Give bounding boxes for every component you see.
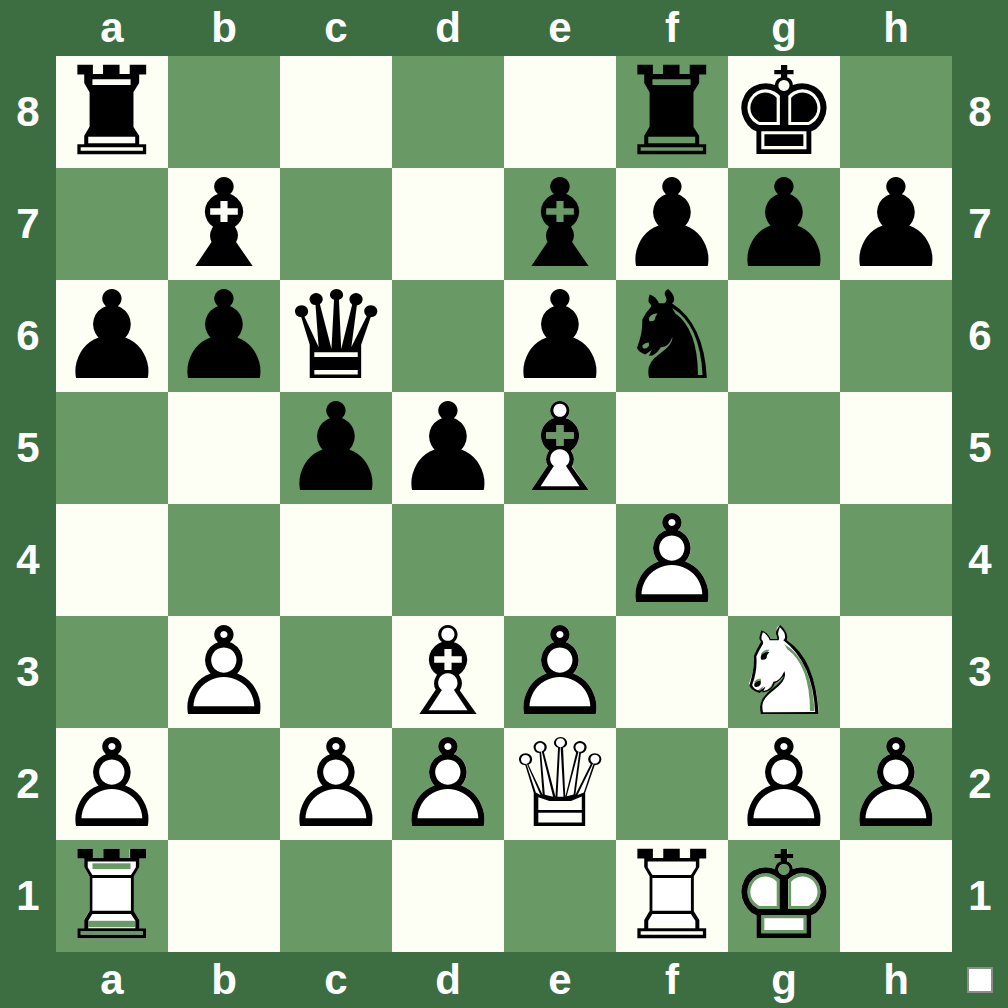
square-a2[interactable]: ♟♙ (56, 728, 168, 840)
white-queen-piece[interactable]: ♛♕ (504, 728, 616, 840)
rank-label-left-8: 8 (0, 56, 56, 168)
square-a3[interactable] (56, 616, 168, 728)
square-h7[interactable]: ♟ (840, 168, 952, 280)
rank-label-right-3: 3 (952, 616, 1008, 728)
square-c8[interactable] (280, 56, 392, 168)
square-b4[interactable] (168, 504, 280, 616)
file-label-bottom-e: e (504, 952, 616, 1008)
white-to-move-indicator (967, 967, 993, 993)
square-h8[interactable] (840, 56, 952, 168)
piece-outline-layer: ♙ (392, 728, 504, 840)
square-f4[interactable]: ♟♙ (616, 504, 728, 616)
piece-outline-layer: ♙ (56, 728, 168, 840)
square-g3[interactable]: ♞♘ (728, 616, 840, 728)
piece-outline-layer: ♖ (56, 840, 168, 952)
square-c2[interactable]: ♟♙ (280, 728, 392, 840)
piece-outline-layer: ♙ (616, 504, 728, 616)
rank-label-right-7: 7 (952, 168, 1008, 280)
piece-outline-layer: ♙ (280, 728, 392, 840)
black-bishop-piece[interactable]: ♝ (504, 168, 616, 280)
rank-label-right-8: 8 (952, 56, 1008, 168)
square-b8[interactable] (168, 56, 280, 168)
file-label-top-e: e (504, 0, 616, 56)
white-pawn-piece[interactable]: ♟♙ (504, 616, 616, 728)
square-f2[interactable] (616, 728, 728, 840)
square-c4[interactable] (280, 504, 392, 616)
square-h2[interactable]: ♟♙ (840, 728, 952, 840)
rank-label-left-6: 6 (0, 280, 56, 392)
square-h1[interactable] (840, 840, 952, 952)
square-e1[interactable] (504, 840, 616, 952)
white-pawn-piece[interactable]: ♟♙ (168, 616, 280, 728)
chess-board-frame: abcdefgh abcdefgh 87654321 87654321 ♜♜♚♝… (0, 0, 1008, 1008)
square-c1[interactable] (280, 840, 392, 952)
square-e7[interactable]: ♝ (504, 168, 616, 280)
piece-outline-layer: ♖ (616, 840, 728, 952)
square-g7[interactable]: ♟ (728, 168, 840, 280)
black-pawn-piece[interactable]: ♟ (616, 168, 728, 280)
square-f5[interactable] (616, 392, 728, 504)
black-bishop-piece[interactable]: ♝ (168, 168, 280, 280)
piece-outline-layer: ♔ (728, 840, 840, 952)
white-bishop-piece[interactable]: ♝♗ (504, 392, 616, 504)
file-label-top-d: d (392, 0, 504, 56)
black-knight-piece[interactable]: ♞ (616, 280, 728, 392)
square-e4[interactable] (504, 504, 616, 616)
rank-label-right-4: 4 (952, 504, 1008, 616)
square-c3[interactable] (280, 616, 392, 728)
square-h3[interactable] (840, 616, 952, 728)
square-d8[interactable] (392, 56, 504, 168)
square-c5[interactable]: ♟ (280, 392, 392, 504)
square-e3[interactable]: ♟♙ (504, 616, 616, 728)
white-pawn-piece[interactable]: ♟♙ (616, 504, 728, 616)
file-label-bottom-b: b (168, 952, 280, 1008)
square-e8[interactable] (504, 56, 616, 168)
rank-labels-left: 87654321 (0, 56, 56, 952)
square-d1[interactable] (392, 840, 504, 952)
square-d5[interactable]: ♟ (392, 392, 504, 504)
rank-label-left-5: 5 (0, 392, 56, 504)
file-label-bottom-c: c (280, 952, 392, 1008)
square-f7[interactable]: ♟ (616, 168, 728, 280)
piece-outline-layer: ♙ (728, 728, 840, 840)
square-e6[interactable]: ♟ (504, 280, 616, 392)
rank-label-right-2: 2 (952, 728, 1008, 840)
square-e2[interactable]: ♛♕ (504, 728, 616, 840)
square-d6[interactable] (392, 280, 504, 392)
black-pawn-piece[interactable]: ♟ (504, 280, 616, 392)
piece-outline-layer: ♙ (504, 616, 616, 728)
square-f6[interactable]: ♞ (616, 280, 728, 392)
square-b3[interactable]: ♟♙ (168, 616, 280, 728)
piece-outline-layer: ♗ (392, 616, 504, 728)
square-g2[interactable]: ♟♙ (728, 728, 840, 840)
square-a8[interactable]: ♜ (56, 56, 168, 168)
piece-outline-layer: ♕ (504, 728, 616, 840)
square-e5[interactable]: ♝♗ (504, 392, 616, 504)
white-pawn-piece[interactable]: ♟♙ (56, 728, 168, 840)
white-knight-piece[interactable]: ♞♘ (728, 616, 840, 728)
square-b1[interactable] (168, 840, 280, 952)
rank-label-left-2: 2 (0, 728, 56, 840)
file-label-top-c: c (280, 0, 392, 56)
black-pawn-piece[interactable]: ♟ (728, 168, 840, 280)
square-a6[interactable]: ♟ (56, 280, 168, 392)
square-a5[interactable] (56, 392, 168, 504)
white-pawn-piece[interactable]: ♟♙ (840, 728, 952, 840)
square-g5[interactable] (728, 392, 840, 504)
file-label-bottom-h: h (840, 952, 952, 1008)
square-a4[interactable] (56, 504, 168, 616)
black-king-piece[interactable]: ♚ (728, 56, 840, 168)
rank-label-left-7: 7 (0, 168, 56, 280)
square-d2[interactable]: ♟♙ (392, 728, 504, 840)
square-h4[interactable] (840, 504, 952, 616)
file-label-top-b: b (168, 0, 280, 56)
chess-board: ♜♜♚♝♝♟♟♟♟♟♛♟♞♟♟♝♗♟♙♟♙♝♗♟♙♞♘♟♙♟♙♟♙♛♕♟♙♟♙♜… (56, 56, 952, 952)
black-pawn-piece[interactable]: ♟ (168, 280, 280, 392)
piece-outline-layer: ♙ (840, 728, 952, 840)
white-pawn-piece[interactable]: ♟♙ (392, 728, 504, 840)
square-b6[interactable]: ♟ (168, 280, 280, 392)
rank-label-right-1: 1 (952, 840, 1008, 952)
black-pawn-piece[interactable]: ♟ (392, 392, 504, 504)
black-pawn-piece[interactable]: ♟ (56, 280, 168, 392)
square-b2[interactable] (168, 728, 280, 840)
white-king-piece[interactable]: ♚♔ (728, 840, 840, 952)
square-g8[interactable]: ♚ (728, 56, 840, 168)
white-rook-piece[interactable]: ♜♖ (616, 840, 728, 952)
white-rook-piece[interactable]: ♜♖ (56, 840, 168, 952)
rank-label-left-1: 1 (0, 840, 56, 952)
white-pawn-piece[interactable]: ♟♙ (280, 728, 392, 840)
rank-label-left-4: 4 (0, 504, 56, 616)
square-c6[interactable]: ♛ (280, 280, 392, 392)
piece-outline-layer: ♘ (728, 616, 840, 728)
square-g6[interactable] (728, 280, 840, 392)
square-f3[interactable] (616, 616, 728, 728)
square-a1[interactable]: ♜♖ (56, 840, 168, 952)
file-label-bottom-d: d (392, 952, 504, 1008)
square-h6[interactable] (840, 280, 952, 392)
white-pawn-piece[interactable]: ♟♙ (728, 728, 840, 840)
piece-outline-layer: ♙ (168, 616, 280, 728)
square-b5[interactable] (168, 392, 280, 504)
black-queen-piece[interactable]: ♛ (280, 280, 392, 392)
file-label-top-h: h (840, 0, 952, 56)
square-h5[interactable] (840, 392, 952, 504)
square-g1[interactable]: ♚♔ (728, 840, 840, 952)
square-b7[interactable]: ♝ (168, 168, 280, 280)
square-d7[interactable] (392, 168, 504, 280)
black-pawn-piece[interactable]: ♟ (840, 168, 952, 280)
square-f8[interactable]: ♜ (616, 56, 728, 168)
square-a7[interactable] (56, 168, 168, 280)
black-rook-piece[interactable]: ♜ (56, 56, 168, 168)
piece-outline-layer: ♗ (504, 392, 616, 504)
rank-labels-right: 87654321 (952, 56, 1008, 952)
black-rook-piece[interactable]: ♜ (616, 56, 728, 168)
square-d3[interactable]: ♝♗ (392, 616, 504, 728)
rank-label-right-5: 5 (952, 392, 1008, 504)
square-g4[interactable] (728, 504, 840, 616)
rank-label-left-3: 3 (0, 616, 56, 728)
black-pawn-piece[interactable]: ♟ (280, 392, 392, 504)
square-d4[interactable] (392, 504, 504, 616)
white-bishop-piece[interactable]: ♝♗ (392, 616, 504, 728)
rank-label-right-6: 6 (952, 280, 1008, 392)
square-f1[interactable]: ♜♖ (616, 840, 728, 952)
square-c7[interactable] (280, 168, 392, 280)
